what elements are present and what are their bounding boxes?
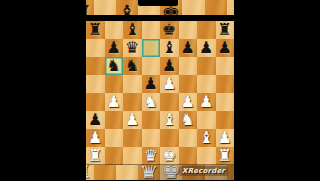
square-b4[interactable]: ♟ [105,93,124,111]
square-f4[interactable]: ♟ [179,93,198,111]
black-rook-h8: ♜ [216,21,235,39]
square-f7[interactable]: ♟ [179,39,198,57]
wood-band-light [227,0,234,15]
square-c5[interactable] [123,75,142,93]
letterbox-right [234,0,320,180]
square-e6[interactable]: ♟ [160,57,179,75]
square-d6[interactable] [142,57,161,75]
square-f5[interactable] [179,75,198,93]
black-pawn-g7: ♟ [197,39,216,57]
square-f6[interactable] [179,57,198,75]
white-pawn-c3: ♟ [123,111,142,129]
wood-band-dark [205,0,227,15]
black-pawn-a3: ♟ [86,111,105,129]
white-bishop-e3: ♝ [160,111,179,129]
black-bishop-e7: ♝ [160,39,179,57]
black-bishop-c8: ♝ [123,21,142,39]
square-a8[interactable]: ♜ [86,21,105,39]
square-b7[interactable]: ♟ [105,39,124,57]
square-h5[interactable] [216,75,235,93]
white-pawn-g4: ♟ [197,93,216,111]
square-c6[interactable]: ♞ [123,57,142,75]
square-b6[interactable]: ♞ [105,57,124,75]
screen-recording-frame: ♜♝♚ ♜♝♚♜♟♛♝♟♟♟♞♞♟♟♟♟♞♟♟♟♟♝♞♟♝♟♜♛♚♜ ♜♛♚ X… [0,0,320,180]
black-pawn-h7: ♟ [216,39,235,57]
square-h2[interactable]: ♟ [216,129,235,147]
square-b2[interactable] [105,129,124,147]
square-f2[interactable] [179,129,198,147]
square-f3[interactable]: ♞ [179,111,198,129]
square-h3[interactable] [216,111,235,129]
square-a4[interactable] [86,93,105,111]
square-d4[interactable]: ♞ [142,93,161,111]
square-e4[interactable] [160,93,179,111]
black-queen-c7: ♛ [123,39,142,57]
square-g6[interactable] [197,57,216,75]
square-d1[interactable]: ♛ [142,147,161,165]
xrecorder-watermark: XRecorder [179,166,228,176]
white-pawn-f4: ♟ [179,93,198,111]
square-c7[interactable]: ♛ [123,39,142,57]
white-knight-f3: ♞ [179,111,198,129]
square-f1[interactable] [179,147,198,165]
square-h8[interactable]: ♜ [216,21,235,39]
white-bishop-g2: ♝ [197,129,216,147]
square-h4[interactable] [216,93,235,111]
square-e2[interactable] [160,129,179,147]
square-a5[interactable] [86,75,105,93]
white-pawn-h2: ♟ [216,129,235,147]
square-d3[interactable] [142,111,161,129]
video-strip: ♜♝♚ ♜♝♚♜♟♛♝♟♟♟♞♞♟♟♟♟♞♟♟♟♟♝♞♟♝♟♜♛♚♜ ♜♛♚ X… [86,0,234,180]
square-g3[interactable] [197,111,216,129]
square-f8[interactable] [179,21,198,39]
black-pawn-e6: ♟ [160,57,179,75]
square-d7[interactable] [142,39,161,57]
square-h6[interactable] [216,57,235,75]
square-b3[interactable] [105,111,124,129]
square-b5[interactable] [105,75,124,93]
square-e5[interactable]: ♟ [160,75,179,93]
square-g5[interactable] [197,75,216,93]
square-a7[interactable] [86,39,105,57]
white-pawn-e5: ♟ [160,75,179,93]
wood-band-light [94,0,116,15]
wood-band-light [182,0,204,15]
white-rook-h1: ♜ [216,147,235,165]
square-e8[interactable]: ♚ [160,21,179,39]
square-e1[interactable]: ♚ [160,147,179,165]
square-a1[interactable]: ♜ [86,147,105,165]
square-g2[interactable]: ♝ [197,129,216,147]
white-knight-d4: ♞ [142,93,161,111]
black-knight-c6: ♞ [123,57,142,75]
square-a2[interactable]: ♟ [86,129,105,147]
square-g8[interactable] [197,21,216,39]
phone-notch [138,0,178,6]
letterbox-left [0,0,86,180]
black-pawn-b7: ♟ [105,39,124,57]
black-knight-b6: ♞ [105,57,124,75]
white-queen-d1: ♛ [142,147,161,165]
square-e7[interactable]: ♝ [160,39,179,57]
square-c3[interactable]: ♟ [123,111,142,129]
black-rook-a8: ♜ [86,21,105,39]
square-g4[interactable]: ♟ [197,93,216,111]
zoomed-black-bishop-icon: ♝ [115,2,139,15]
black-pawn-d5: ♟ [142,75,161,93]
white-king-e1: ♚ [160,147,179,165]
square-a3[interactable]: ♟ [86,111,105,129]
white-rook-a1: ♜ [86,147,105,165]
square-c4[interactable] [123,93,142,111]
square-d2[interactable] [142,129,161,147]
square-d8[interactable] [142,21,161,39]
square-g1[interactable] [197,147,216,165]
square-a6[interactable] [86,57,105,75]
zoomed-black-rook-icon: ♜ [86,2,95,15]
square-c8[interactable]: ♝ [123,21,142,39]
white-pawn-a2: ♟ [86,129,105,147]
square-h7[interactable]: ♟ [216,39,235,57]
chess-board: ♜♝♚♜♟♛♝♟♟♟♞♞♟♟♟♟♞♟♟♟♟♝♞♟♝♟♜♛♚♜ [86,21,234,165]
square-h1[interactable]: ♜ [216,147,235,165]
square-c2[interactable] [123,129,142,147]
square-d5[interactable]: ♟ [142,75,161,93]
square-c1[interactable] [123,147,142,165]
black-pawn-f7: ♟ [179,39,198,57]
square-g7[interactable]: ♟ [197,39,216,57]
square-b8[interactable] [105,21,124,39]
square-e3[interactable]: ♝ [160,111,179,129]
black-king-e8: ♚ [160,21,179,39]
background-zoom-bottom-strip: ♜♛♚ XRecorder [86,165,234,181]
white-pawn-b4: ♟ [105,93,124,111]
square-b1[interactable] [105,147,124,165]
